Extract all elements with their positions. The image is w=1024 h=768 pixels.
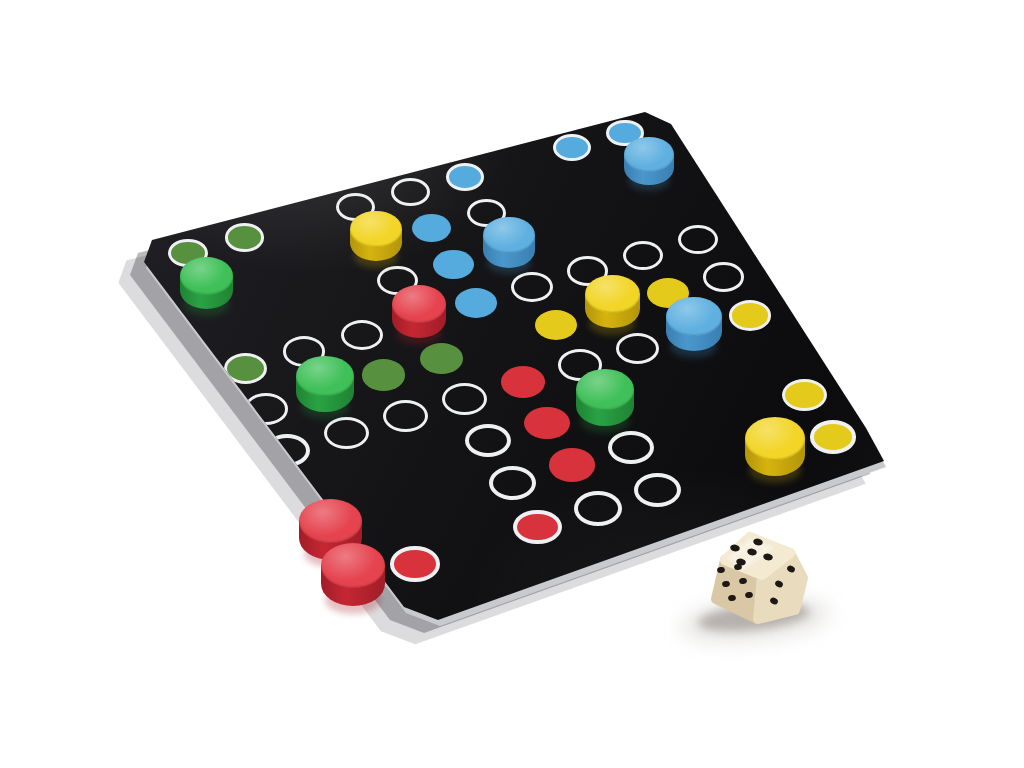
die-group <box>0 0 1024 768</box>
ludo-photo-scene <box>0 0 1024 768</box>
wooden-die[interactable] <box>700 520 820 640</box>
